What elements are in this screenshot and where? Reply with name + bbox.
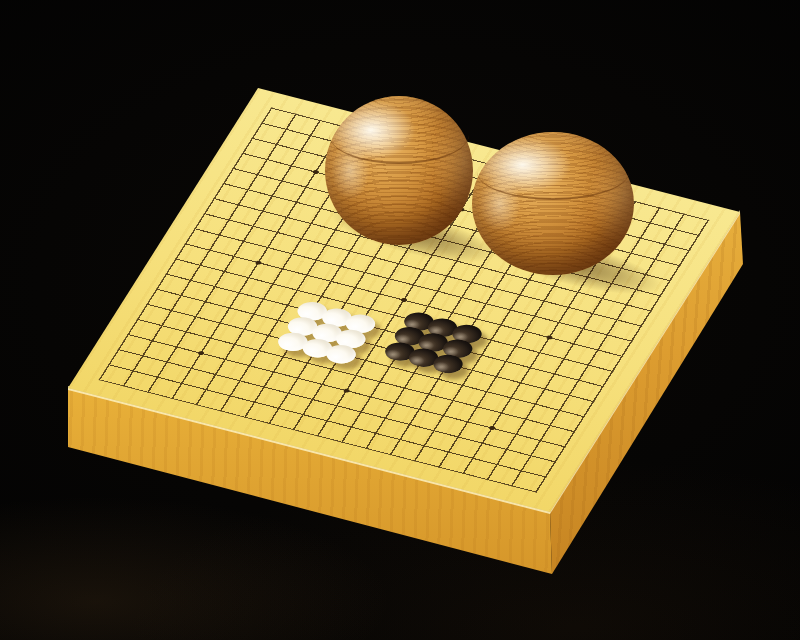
go-bowl-right — [472, 132, 634, 275]
hoshi-star-point — [546, 335, 554, 340]
go-intersection — [533, 327, 567, 348]
photo-stage — [0, 0, 800, 640]
go-intersection — [330, 380, 364, 401]
go-intersection — [387, 289, 421, 310]
bowl-lid-seam — [329, 105, 468, 164]
hoshi-star-point — [255, 260, 263, 265]
bowl-lid-seam — [477, 143, 629, 199]
go-intersection — [184, 342, 218, 363]
go-intersection — [242, 252, 276, 273]
go-bowl-left — [325, 96, 473, 245]
hoshi-star-point — [312, 170, 320, 175]
hoshi-star-point — [488, 426, 496, 431]
hoshi-star-point — [197, 351, 205, 356]
hoshi-star-point — [400, 298, 408, 303]
hoshi-star-point — [343, 388, 351, 393]
go-intersection — [475, 417, 509, 438]
